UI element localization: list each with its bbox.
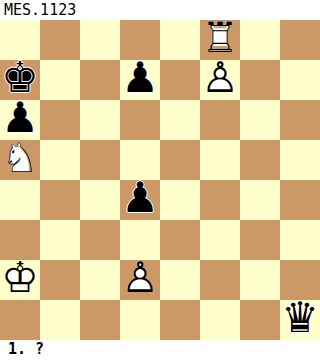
square-e8[interactable] [160,20,200,60]
black-piece-glyph: ♟ [120,58,160,98]
square-g7[interactable] [240,60,280,100]
square-a1[interactable] [0,300,40,340]
square-a4[interactable] [0,180,40,220]
square-d7[interactable]: ♟ [120,60,160,100]
square-h6[interactable] [280,100,320,140]
piece-black-pawn: ♟ [120,180,160,220]
square-f5[interactable] [200,140,240,180]
black-piece-glyph: ♚ [0,58,40,98]
square-e5[interactable] [160,140,200,180]
square-e6[interactable] [160,100,200,140]
piece-white-king: ♚♔ [0,260,40,300]
black-piece-glyph: ♛ [280,298,320,338]
piece-white-knight: ♞♘ [0,140,40,180]
square-f6[interactable] [200,100,240,140]
square-d4[interactable]: ♟ [120,180,160,220]
puzzle-title: MES.1123 [4,1,76,19]
square-b8[interactable] [40,20,80,60]
square-h8[interactable] [280,20,320,60]
square-c4[interactable] [80,180,120,220]
square-d2[interactable]: ♟♙ [120,260,160,300]
white-piece-outline: ♘ [0,138,40,178]
square-e2[interactable] [160,260,200,300]
square-b3[interactable] [40,220,80,260]
white-piece-outline: ♔ [0,258,40,298]
square-h7[interactable] [280,60,320,100]
white-piece-outline: ♙ [200,58,240,98]
square-g6[interactable] [240,100,280,140]
piece-white-pawn: ♟♙ [200,60,240,100]
black-piece-glyph: ♟ [0,98,40,138]
square-b7[interactable] [40,60,80,100]
square-g8[interactable] [240,20,280,60]
white-piece-outline: ♖ [200,18,240,58]
square-f3[interactable] [200,220,240,260]
square-e3[interactable] [160,220,200,260]
square-g1[interactable] [240,300,280,340]
square-c7[interactable] [80,60,120,100]
square-c8[interactable] [80,20,120,60]
square-c3[interactable] [80,220,120,260]
square-d6[interactable] [120,100,160,140]
black-piece-glyph: ♟ [120,178,160,218]
square-h4[interactable] [280,180,320,220]
square-f1[interactable] [200,300,240,340]
square-h5[interactable] [280,140,320,180]
square-a2[interactable]: ♚♔ [0,260,40,300]
square-b1[interactable] [40,300,80,340]
piece-white-pawn: ♟♙ [120,260,160,300]
square-g4[interactable] [240,180,280,220]
square-c1[interactable] [80,300,120,340]
white-piece-outline: ♙ [120,258,160,298]
square-b5[interactable] [40,140,80,180]
square-h3[interactable] [280,220,320,260]
piece-black-pawn: ♟ [120,60,160,100]
square-h1[interactable]: ♛ [280,300,320,340]
square-g3[interactable] [240,220,280,260]
move-prompt: 1. ? [8,340,44,358]
square-f4[interactable] [200,180,240,220]
square-b6[interactable] [40,100,80,140]
square-b2[interactable] [40,260,80,300]
square-f2[interactable] [200,260,240,300]
square-a5[interactable]: ♞♘ [0,140,40,180]
square-e7[interactable] [160,60,200,100]
square-c5[interactable] [80,140,120,180]
square-g5[interactable] [240,140,280,180]
square-c6[interactable] [80,100,120,140]
square-d1[interactable] [120,300,160,340]
square-e4[interactable] [160,180,200,220]
piece-black-queen: ♛ [280,300,320,340]
square-g2[interactable] [240,260,280,300]
square-c2[interactable] [80,260,120,300]
square-f7[interactable]: ♟♙ [200,60,240,100]
square-e1[interactable] [160,300,200,340]
square-b4[interactable] [40,180,80,220]
chess-board: ♜♖♚♟♟♙♟♞♘♟♚♔♟♙♛ [0,20,320,340]
